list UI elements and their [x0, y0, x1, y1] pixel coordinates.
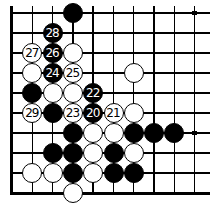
- grid-cell: [22, 123, 42, 143]
- grid-cell: [103, 23, 123, 43]
- grid-cell: [185, 83, 205, 103]
- grid-cell: [205, 163, 210, 183]
- stone-black: [63, 163, 83, 183]
- grid-cell: [185, 163, 205, 183]
- stone-black-26: 26: [43, 43, 63, 63]
- stone-white-25: 25: [63, 63, 83, 83]
- stone-black: [104, 143, 124, 163]
- go-board: 28272624252229232021: [0, 0, 210, 210]
- grid-cell: [83, 63, 103, 83]
- grid-cell: [164, 3, 184, 23]
- stone-black: [43, 143, 63, 163]
- stone-white: [124, 143, 144, 163]
- grid-cell: [144, 3, 164, 23]
- stone-black-28: 28: [43, 23, 63, 43]
- grid-cell: [124, 43, 144, 63]
- grid-cell: [185, 103, 205, 123]
- grid-cell: [124, 23, 144, 43]
- grid-cell: [164, 63, 184, 83]
- star-point: [192, 131, 197, 136]
- stone-white: [104, 123, 124, 143]
- grid-cell: [164, 163, 184, 183]
- stone-black: [104, 163, 124, 183]
- stone-black: [43, 103, 63, 123]
- grid-cell: [205, 83, 210, 103]
- grid-cell: [185, 63, 205, 83]
- grid-cell: [144, 43, 164, 63]
- stone-white-21: 21: [104, 103, 124, 123]
- stone-white: [43, 83, 63, 103]
- grid-cell: [205, 63, 210, 83]
- grid-cell: [144, 63, 164, 83]
- stone-white: [124, 63, 144, 83]
- grid-cell: [144, 143, 164, 163]
- grid-cell: [185, 143, 205, 163]
- grid-cell: [124, 3, 144, 23]
- stone-white: [43, 163, 63, 183]
- grid-cell: [164, 103, 184, 123]
- grid-cell: [205, 23, 210, 43]
- stone-white: [124, 103, 144, 123]
- grid-cell: [164, 43, 184, 63]
- grid-cell: [144, 83, 164, 103]
- grid-cell: [205, 143, 210, 163]
- grid-cell: [83, 43, 103, 63]
- grid-cell: [205, 3, 210, 23]
- grid-cell: [205, 43, 210, 63]
- stone-white: [63, 83, 83, 103]
- stone-white: [63, 43, 83, 63]
- grid-cell: [144, 103, 164, 123]
- stone-white-23: 23: [63, 103, 83, 123]
- stone-black: [144, 123, 164, 143]
- stone-black: [63, 3, 83, 23]
- grid-cell: [185, 43, 205, 63]
- crop-margin-top: [0, 0, 210, 6]
- stone-black: [63, 123, 83, 143]
- grid-cell: [22, 3, 42, 23]
- grid-cell: [205, 103, 210, 123]
- grid-cell: [185, 23, 205, 43]
- stone-black-24: 24: [43, 63, 63, 83]
- stone-white: [63, 183, 83, 203]
- grid-cell: [83, 3, 103, 23]
- grid-cell: [63, 23, 83, 43]
- grid-cell: [164, 23, 184, 43]
- grid-cell: [144, 163, 164, 183]
- grid-cell: [22, 23, 42, 43]
- crop-margin-left: [0, 0, 10, 210]
- star-point: [192, 11, 197, 16]
- stone-black: [124, 123, 144, 143]
- grid-cell: [42, 3, 62, 23]
- grid-cell: [124, 83, 144, 103]
- grid-cell: [83, 23, 103, 43]
- stone-black: [63, 143, 83, 163]
- crop-margin-bottom: [0, 195, 210, 210]
- stone-black: [124, 163, 144, 183]
- grid-cell: [164, 143, 184, 163]
- grid-cell: [205, 123, 210, 143]
- grid-cell: [103, 3, 123, 23]
- grid-cell: [103, 83, 123, 103]
- grid-cell: [164, 83, 184, 103]
- grid-cell: [144, 23, 164, 43]
- grid-cell: [22, 143, 42, 163]
- grid-cell: [103, 63, 123, 83]
- grid-cell: [42, 123, 62, 143]
- grid-cell: [103, 43, 123, 63]
